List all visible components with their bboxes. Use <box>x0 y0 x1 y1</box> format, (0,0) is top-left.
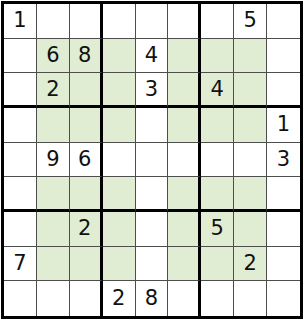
given-cell-r1c1[interactable]: 1 <box>4 4 37 39</box>
given-cell-r5c9[interactable]: 3 <box>267 143 300 178</box>
empty-cell-r4c5[interactable] <box>136 108 169 143</box>
empty-cell-r4c4[interactable] <box>103 108 136 143</box>
given-cell-r3c7[interactable]: 4 <box>201 73 234 108</box>
empty-cell-r5c7[interactable] <box>201 143 234 178</box>
empty-cell-r3c4[interactable] <box>103 73 136 108</box>
given-cell-r2c2[interactable]: 6 <box>37 39 70 74</box>
given-cell-r8c8[interactable]: 2 <box>234 247 267 282</box>
empty-cell-r1c7[interactable] <box>201 4 234 39</box>
empty-cell-r4c8[interactable] <box>234 108 267 143</box>
empty-cell-r1c3[interactable] <box>70 4 103 39</box>
empty-cell-r7c6[interactable] <box>168 212 201 247</box>
empty-cell-r2c1[interactable] <box>4 39 37 74</box>
empty-cell-r6c6[interactable] <box>168 177 201 212</box>
empty-cell-r6c8[interactable] <box>234 177 267 212</box>
empty-cell-r9c9[interactable] <box>267 281 300 316</box>
given-cell-r7c3[interactable]: 2 <box>70 212 103 247</box>
empty-cell-r6c3[interactable] <box>70 177 103 212</box>
empty-cell-r5c1[interactable] <box>4 143 37 178</box>
empty-cell-r6c2[interactable] <box>37 177 70 212</box>
empty-cell-r5c5[interactable] <box>136 143 169 178</box>
empty-cell-r3c9[interactable] <box>267 73 300 108</box>
empty-cell-r9c1[interactable] <box>4 281 37 316</box>
empty-cell-r2c7[interactable] <box>201 39 234 74</box>
empty-cell-r6c1[interactable] <box>4 177 37 212</box>
given-cell-r2c3[interactable]: 8 <box>70 39 103 74</box>
empty-cell-r6c9[interactable] <box>267 177 300 212</box>
given-cell-r3c5[interactable]: 3 <box>136 73 169 108</box>
empty-cell-r8c2[interactable] <box>37 247 70 282</box>
empty-cell-r7c8[interactable] <box>234 212 267 247</box>
empty-cell-r8c4[interactable] <box>103 247 136 282</box>
empty-cell-r7c1[interactable] <box>4 212 37 247</box>
empty-cell-r4c6[interactable] <box>168 108 201 143</box>
empty-cell-r3c6[interactable] <box>168 73 201 108</box>
sudoku-puzzle: 156842341963257228 <box>0 0 304 320</box>
sudoku-board: 156842341963257228 <box>1 1 303 319</box>
empty-cell-r1c4[interactable] <box>103 4 136 39</box>
empty-cell-r7c4[interactable] <box>103 212 136 247</box>
given-cell-r9c4[interactable]: 2 <box>103 281 136 316</box>
empty-cell-r1c6[interactable] <box>168 4 201 39</box>
empty-cell-r9c6[interactable] <box>168 281 201 316</box>
empty-cell-r5c8[interactable] <box>234 143 267 178</box>
empty-cell-r3c1[interactable] <box>4 73 37 108</box>
given-cell-r5c3[interactable]: 6 <box>70 143 103 178</box>
empty-cell-r7c2[interactable] <box>37 212 70 247</box>
empty-cell-r2c4[interactable] <box>103 39 136 74</box>
given-cell-r1c8[interactable]: 5 <box>234 4 267 39</box>
empty-cell-r9c7[interactable] <box>201 281 234 316</box>
empty-cell-r3c8[interactable] <box>234 73 267 108</box>
empty-cell-r2c8[interactable] <box>234 39 267 74</box>
empty-cell-r1c2[interactable] <box>37 4 70 39</box>
empty-cell-r6c5[interactable] <box>136 177 169 212</box>
empty-cell-r5c6[interactable] <box>168 143 201 178</box>
empty-cell-r2c9[interactable] <box>267 39 300 74</box>
empty-cell-r4c1[interactable] <box>4 108 37 143</box>
empty-cell-r6c4[interactable] <box>103 177 136 212</box>
given-cell-r2c5[interactable]: 4 <box>136 39 169 74</box>
empty-cell-r8c9[interactable] <box>267 247 300 282</box>
empty-cell-r8c5[interactable] <box>136 247 169 282</box>
empty-cell-r8c6[interactable] <box>168 247 201 282</box>
empty-cell-r9c8[interactable] <box>234 281 267 316</box>
empty-cell-r8c3[interactable] <box>70 247 103 282</box>
given-cell-r8c1[interactable]: 7 <box>4 247 37 282</box>
empty-cell-r2c6[interactable] <box>168 39 201 74</box>
empty-cell-r9c2[interactable] <box>37 281 70 316</box>
given-cell-r3c2[interactable]: 2 <box>37 73 70 108</box>
empty-cell-r6c7[interactable] <box>201 177 234 212</box>
empty-cell-r7c9[interactable] <box>267 212 300 247</box>
empty-cell-r5c4[interactable] <box>103 143 136 178</box>
empty-cell-r4c3[interactable] <box>70 108 103 143</box>
empty-cell-r7c5[interactable] <box>136 212 169 247</box>
given-cell-r4c9[interactable]: 1 <box>267 108 300 143</box>
empty-cell-r1c5[interactable] <box>136 4 169 39</box>
empty-cell-r9c3[interactable] <box>70 281 103 316</box>
empty-cell-r3c3[interactable] <box>70 73 103 108</box>
empty-cell-r8c7[interactable] <box>201 247 234 282</box>
empty-cell-r4c2[interactable] <box>37 108 70 143</box>
given-cell-r5c2[interactable]: 9 <box>37 143 70 178</box>
empty-cell-r1c9[interactable] <box>267 4 300 39</box>
empty-cell-r4c7[interactable] <box>201 108 234 143</box>
given-cell-r9c5[interactable]: 8 <box>136 281 169 316</box>
given-cell-r7c7[interactable]: 5 <box>201 212 234 247</box>
